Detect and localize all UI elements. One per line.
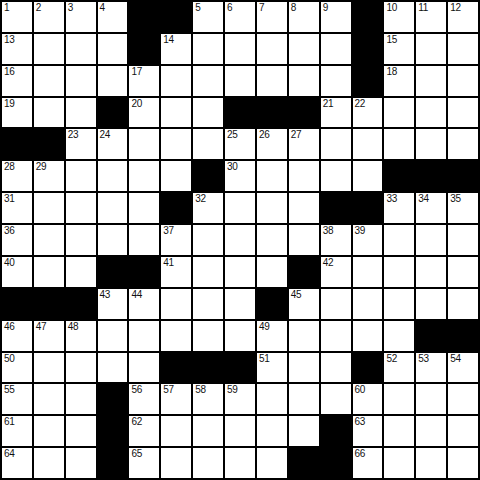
letter-cell[interactable] [193,321,223,351]
clue-number: 29 [36,162,47,172]
clue-number: 33 [386,194,397,204]
letter-cell[interactable]: 62 [129,416,159,446]
letter-cell[interactable]: 19 [2,98,32,128]
letter-cell[interactable] [225,416,255,446]
letter-cell[interactable] [321,161,351,191]
letter-cell[interactable] [161,416,191,446]
clue-number: 10 [386,3,397,13]
block-cell [321,448,351,478]
letter-cell[interactable] [416,448,446,478]
letter-cell[interactable]: 64 [2,448,32,478]
letter-cell[interactable] [416,384,446,414]
clue-number: 49 [259,322,270,332]
letter-cell[interactable] [353,129,383,159]
block-cell [98,98,128,128]
clue-number: 66 [355,449,366,459]
clue-number: 34 [418,194,429,204]
letter-cell[interactable] [257,34,287,64]
block-cell [34,289,64,319]
letter-cell[interactable] [289,416,319,446]
letter-cell[interactable] [225,66,255,96]
block-cell [129,257,159,287]
letter-cell[interactable]: 33 [384,193,414,223]
clue-number: 23 [68,130,79,140]
letter-cell[interactable]: 25 [225,129,255,159]
block-cell [289,98,319,128]
letter-cell[interactable] [384,416,414,446]
letter-cell[interactable] [353,161,383,191]
clue-number: 62 [131,417,142,427]
letter-cell[interactable] [384,321,414,351]
letter-cell[interactable]: 24 [98,129,128,159]
letter-cell[interactable] [289,225,319,255]
letter-cell[interactable]: 4 [98,2,128,32]
block-cell [289,257,319,287]
letter-cell[interactable] [321,66,351,96]
letter-cell[interactable]: 20 [129,98,159,128]
letter-cell[interactable] [193,98,223,128]
letter-cell[interactable] [289,193,319,223]
clue-number: 3 [68,3,73,13]
letter-cell[interactable]: 34 [416,193,446,223]
clue-number: 27 [291,130,302,140]
letter-cell[interactable]: 61 [2,416,32,446]
letter-cell[interactable]: 54 [448,353,478,383]
clue-number: 65 [131,449,142,459]
clue-number: 45 [291,290,302,300]
letter-cell[interactable] [321,321,351,351]
block-cell [225,98,255,128]
letter-cell[interactable]: 52 [384,353,414,383]
letter-cell[interactable] [66,225,96,255]
letter-cell[interactable] [98,353,128,383]
letter-cell[interactable] [225,34,255,64]
letter-cell[interactable] [384,289,414,319]
clue-number: 12 [450,3,461,13]
letter-cell[interactable] [448,34,478,64]
letter-cell[interactable] [289,66,319,96]
letter-cell[interactable]: 41 [161,257,191,287]
letter-cell[interactable] [416,257,446,287]
clue-number: 36 [4,226,15,236]
letter-cell[interactable] [34,257,64,287]
clue-number: 43 [100,290,111,300]
letter-cell[interactable]: 27 [289,129,319,159]
block-cell [2,289,32,319]
letter-cell[interactable] [384,225,414,255]
letter-cell[interactable] [66,384,96,414]
letter-cell[interactable]: 46 [2,321,32,351]
letter-cell[interactable]: 29 [34,161,64,191]
letter-cell[interactable] [257,161,287,191]
clue-number: 32 [195,194,206,204]
letter-cell[interactable] [34,448,64,478]
block-cell [353,66,383,96]
letter-cell[interactable] [257,384,287,414]
letter-cell[interactable] [225,225,255,255]
clue-number: 16 [4,67,15,77]
letter-cell[interactable] [193,34,223,64]
letter-cell[interactable] [129,225,159,255]
block-cell [384,161,414,191]
letter-cell[interactable]: 44 [129,289,159,319]
letter-cell[interactable] [161,98,191,128]
letter-cell[interactable] [321,384,351,414]
letter-cell[interactable]: 39 [353,225,383,255]
clue-number: 14 [163,35,174,45]
clue-number: 18 [386,67,397,77]
letter-cell[interactable]: 7 [257,2,287,32]
clue-number: 26 [259,130,270,140]
letter-cell[interactable] [98,34,128,64]
letter-cell[interactable]: 3 [66,2,96,32]
letter-cell[interactable]: 28 [2,161,32,191]
letter-cell[interactable]: 65 [129,448,159,478]
letter-cell[interactable] [161,448,191,478]
letter-cell[interactable] [289,384,319,414]
letter-cell[interactable]: 15 [384,34,414,64]
letter-cell[interactable] [416,129,446,159]
letter-cell[interactable] [448,257,478,287]
letter-cell[interactable] [34,193,64,223]
letter-cell[interactable] [384,384,414,414]
letter-cell[interactable] [448,448,478,478]
letter-cell[interactable] [257,225,287,255]
letter-cell[interactable] [321,353,351,383]
clue-number: 24 [100,130,111,140]
clue-number: 22 [355,99,366,109]
letter-cell[interactable]: 55 [2,384,32,414]
clue-number: 17 [131,67,142,77]
letter-cell[interactable]: 38 [321,225,351,255]
letter-cell[interactable] [66,66,96,96]
letter-cell[interactable]: 26 [257,129,287,159]
letter-cell[interactable] [66,98,96,128]
clue-number: 19 [4,99,15,109]
letter-cell[interactable] [257,193,287,223]
letter-cell[interactable] [225,289,255,319]
letter-cell[interactable]: 48 [66,321,96,351]
letter-cell[interactable] [34,353,64,383]
clue-number: 38 [323,226,334,236]
letter-cell[interactable]: 45 [289,289,319,319]
letter-cell[interactable] [193,448,223,478]
letter-cell[interactable] [384,129,414,159]
clue-number: 55 [4,385,15,395]
block-cell [193,353,223,383]
letter-cell[interactable] [448,416,478,446]
clue-number: 40 [4,258,15,268]
clue-number: 21 [323,99,334,109]
letter-cell[interactable] [129,353,159,383]
letter-cell[interactable] [257,66,287,96]
block-cell [416,161,446,191]
clue-number: 58 [195,385,206,395]
letter-cell[interactable]: 49 [257,321,287,351]
letter-cell[interactable]: 2 [34,2,64,32]
letter-cell[interactable] [161,321,191,351]
clue-number: 9 [323,3,328,13]
letter-cell[interactable]: 5 [193,2,223,32]
letter-cell[interactable] [66,353,96,383]
letter-cell[interactable] [416,98,446,128]
letter-cell[interactable]: 30 [225,161,255,191]
letter-cell[interactable]: 42 [321,257,351,287]
clue-number: 59 [227,385,238,395]
letter-cell[interactable]: 9 [321,2,351,32]
block-cell [34,129,64,159]
letter-cell[interactable] [384,448,414,478]
letter-cell[interactable] [193,289,223,319]
letter-cell[interactable] [416,416,446,446]
letter-cell[interactable]: 11 [416,2,446,32]
block-cell [353,2,383,32]
letter-cell[interactable] [129,161,159,191]
clue-number: 39 [355,226,366,236]
clue-number: 41 [163,258,174,268]
letter-cell[interactable] [448,98,478,128]
block-cell [2,129,32,159]
letter-cell[interactable] [66,193,96,223]
letter-cell[interactable]: 12 [448,2,478,32]
letter-cell[interactable] [257,448,287,478]
clue-number: 4 [100,3,105,13]
letter-cell[interactable]: 40 [2,257,32,287]
letter-cell[interactable] [129,321,159,351]
block-cell [129,2,159,32]
letter-cell[interactable] [384,257,414,287]
clue-number: 37 [163,226,174,236]
block-cell [257,289,287,319]
letter-cell[interactable] [321,34,351,64]
letter-cell[interactable] [161,289,191,319]
letter-cell[interactable] [321,289,351,319]
block-cell [448,321,478,351]
letter-cell[interactable]: 58 [193,384,223,414]
letter-cell[interactable] [129,193,159,223]
letter-cell[interactable] [193,129,223,159]
letter-cell[interactable] [353,257,383,287]
letter-cell[interactable] [257,257,287,287]
clue-number: 64 [4,449,15,459]
letter-cell[interactable] [321,129,351,159]
letter-cell[interactable] [161,161,191,191]
clue-number: 8 [291,3,296,13]
letter-cell[interactable]: 31 [2,193,32,223]
block-cell [98,448,128,478]
letter-cell[interactable] [225,193,255,223]
letter-cell[interactable]: 51 [257,353,287,383]
letter-cell[interactable] [289,34,319,64]
letter-cell[interactable]: 59 [225,384,255,414]
letter-cell[interactable] [98,225,128,255]
clue-number: 25 [227,130,238,140]
clue-number: 7 [259,3,264,13]
letter-cell[interactable] [416,289,446,319]
clue-number: 13 [4,35,15,45]
letter-cell[interactable] [66,161,96,191]
letter-cell[interactable] [34,34,64,64]
block-cell [353,34,383,64]
letter-cell[interactable] [448,129,478,159]
clue-number: 51 [259,354,270,364]
letter-cell[interactable]: 66 [353,448,383,478]
letter-cell[interactable] [66,257,96,287]
letter-cell[interactable]: 53 [416,353,446,383]
letter-cell[interactable]: 32 [193,193,223,223]
letter-cell[interactable]: 17 [129,66,159,96]
clue-number: 63 [355,417,366,427]
clue-number: 28 [4,162,15,172]
letter-cell[interactable]: 18 [384,66,414,96]
clue-number: 44 [131,290,142,300]
letter-cell[interactable]: 56 [129,384,159,414]
letter-cell[interactable]: 8 [289,2,319,32]
clue-number: 56 [131,385,142,395]
letter-cell[interactable] [225,448,255,478]
letter-cell[interactable] [416,66,446,96]
letter-cell[interactable]: 43 [98,289,128,319]
letter-cell[interactable] [34,384,64,414]
block-cell [289,448,319,478]
block-cell [98,384,128,414]
clue-number: 31 [4,194,15,204]
letter-cell[interactable]: 6 [225,2,255,32]
letter-cell[interactable]: 13 [2,34,32,64]
letter-cell[interactable] [66,448,96,478]
letter-cell[interactable]: 10 [384,2,414,32]
block-cell [161,193,191,223]
letter-cell[interactable]: 14 [161,34,191,64]
letter-cell[interactable]: 60 [353,384,383,414]
block-cell [98,257,128,287]
letter-cell[interactable] [289,353,319,383]
clue-number: 48 [68,322,79,332]
block-cell [66,289,96,319]
block-cell [225,353,255,383]
letter-cell[interactable]: 1 [2,2,32,32]
clue-number: 35 [450,194,461,204]
letter-cell[interactable]: 63 [353,416,383,446]
letter-cell[interactable] [34,416,64,446]
letter-cell[interactable]: 16 [2,66,32,96]
clue-number: 46 [4,322,15,332]
clue-number: 42 [323,258,334,268]
letter-cell[interactable]: 36 [2,225,32,255]
letter-cell[interactable] [193,225,223,255]
clue-number: 53 [418,354,429,364]
letter-cell[interactable] [34,66,64,96]
block-cell [161,353,191,383]
letter-cell[interactable] [448,289,478,319]
letter-cell[interactable]: 50 [2,353,32,383]
letter-cell[interactable]: 47 [34,321,64,351]
letter-cell[interactable] [416,34,446,64]
block-cell [193,161,223,191]
clue-number: 57 [163,385,174,395]
block-cell [353,353,383,383]
clue-number: 6 [227,3,232,13]
letter-cell[interactable] [129,129,159,159]
letter-cell[interactable] [289,321,319,351]
letter-cell[interactable] [416,225,446,255]
letter-cell[interactable] [98,321,128,351]
block-cell [98,416,128,446]
letter-cell[interactable] [161,66,191,96]
letter-cell[interactable]: 21 [321,98,351,128]
letter-cell[interactable]: 57 [161,384,191,414]
letter-cell[interactable] [193,66,223,96]
letter-cell[interactable] [66,34,96,64]
letter-cell[interactable] [66,416,96,446]
letter-cell[interactable] [448,225,478,255]
clue-number: 1 [4,3,9,13]
letter-cell[interactable] [225,257,255,287]
block-cell [129,34,159,64]
clue-number: 20 [131,99,142,109]
clue-number: 2 [36,3,41,13]
letter-cell[interactable] [193,257,223,287]
letter-cell[interactable] [98,193,128,223]
letter-cell[interactable]: 22 [353,98,383,128]
clue-number: 61 [4,417,15,427]
clue-number: 60 [355,385,366,395]
clue-number: 11 [418,3,428,13]
clue-number: 50 [4,354,15,364]
letter-cell[interactable] [225,321,255,351]
letter-cell[interactable] [161,129,191,159]
block-cell [416,321,446,351]
letter-cell[interactable] [289,161,319,191]
letter-cell[interactable] [34,98,64,128]
letter-cell[interactable] [448,384,478,414]
letter-cell[interactable]: 35 [448,193,478,223]
clue-number: 30 [227,162,238,172]
letter-cell[interactable] [353,321,383,351]
letter-cell[interactable] [98,161,128,191]
clue-number: 5 [195,3,200,13]
letter-cell[interactable] [448,66,478,96]
block-cell [257,98,287,128]
letter-cell[interactable] [34,225,64,255]
letter-cell[interactable] [98,66,128,96]
block-cell [161,2,191,32]
letter-cell[interactable]: 23 [66,129,96,159]
clue-number: 47 [36,322,47,332]
letter-cell[interactable]: 37 [161,225,191,255]
crossword-board: 1234567891011121314151617181920212223242… [0,0,480,480]
block-cell [321,193,351,223]
letter-cell[interactable] [353,289,383,319]
block-cell [321,416,351,446]
clue-number: 15 [386,35,397,45]
block-cell [448,161,478,191]
letter-cell[interactable] [193,416,223,446]
clue-number: 52 [386,354,397,364]
block-cell [353,193,383,223]
clue-number: 54 [450,354,461,364]
letter-cell[interactable] [384,98,414,128]
letter-cell[interactable] [257,416,287,446]
